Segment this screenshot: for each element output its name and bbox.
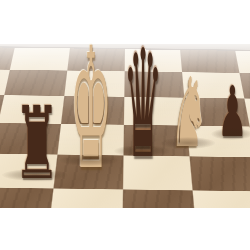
white-king-shadow xyxy=(59,154,119,166)
pieces-layer: ♜♚♛♞♟ xyxy=(0,0,250,250)
black-queen: ♛ xyxy=(124,31,164,180)
black-queen-shadow xyxy=(114,145,170,157)
chess-set-product-photo: ♜♚♛♞♟ xyxy=(0,0,250,250)
white-knight-shadow xyxy=(160,137,215,149)
black-pawn-shadow xyxy=(211,128,250,140)
white-king: ♚ xyxy=(70,25,112,193)
black-rook-shadow xyxy=(2,169,68,181)
